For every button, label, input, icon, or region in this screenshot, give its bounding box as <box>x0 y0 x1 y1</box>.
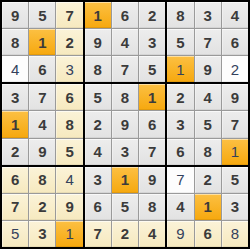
cell-r1c1[interactable]: 9 <box>2 2 28 28</box>
cell-r5c7[interactable]: 3 <box>167 111 193 137</box>
cell-r4c9[interactable]: 9 <box>222 84 248 110</box>
cell-r1c6[interactable]: 2 <box>139 2 165 28</box>
cell-r9c7[interactable]: 9 <box>167 221 193 247</box>
cell-r7c1[interactable]: 6 <box>2 167 28 193</box>
cell-r2c8[interactable]: 7 <box>195 29 221 55</box>
cell-r6c8[interactable]: 8 <box>195 139 221 165</box>
cell-r6c4[interactable]: 4 <box>85 139 111 165</box>
cell-r2c4[interactable]: 9 <box>85 29 111 55</box>
cell-r7c9[interactable]: 5 <box>222 167 248 193</box>
cell-r4c6[interactable]: 1 <box>139 84 165 110</box>
cell-r1c7[interactable]: 8 <box>167 2 193 28</box>
cell-r8c8[interactable]: 1 <box>195 194 221 220</box>
cell-r3c4[interactable]: 8 <box>85 56 111 82</box>
cell-r4c4[interactable]: 5 <box>85 84 111 110</box>
cell-r9c8[interactable]: 6 <box>195 221 221 247</box>
cell-r6c1[interactable]: 2 <box>2 139 28 165</box>
cell-r9c5[interactable]: 2 <box>112 221 138 247</box>
cell-r8c7[interactable]: 4 <box>167 194 193 220</box>
cell-r8c4[interactable]: 6 <box>85 194 111 220</box>
cell-r8c1[interactable]: 7 <box>2 194 28 220</box>
cell-r6c2[interactable]: 9 <box>29 139 55 165</box>
cell-r2c9[interactable]: 6 <box>222 29 248 55</box>
cell-r4c3[interactable]: 6 <box>56 84 82 110</box>
cell-r9c9[interactable]: 8 <box>222 221 248 247</box>
cell-r9c3[interactable]: 1 <box>56 221 82 247</box>
cell-r2c3[interactable]: 2 <box>56 29 82 55</box>
cell-r7c3[interactable]: 4 <box>56 167 82 193</box>
cell-r2c1[interactable]: 8 <box>2 29 28 55</box>
box-8: 319658724 <box>85 167 166 247</box>
cell-r1c4[interactable]: 1 <box>85 2 111 28</box>
cell-r2c6[interactable]: 3 <box>139 29 165 55</box>
sudoku-board: 9578124631629438758345761923761482955812… <box>0 0 250 249</box>
cell-r3c7[interactable]: 1 <box>167 56 193 82</box>
cell-r3c3[interactable]: 3 <box>56 56 82 82</box>
cell-r2c7[interactable]: 5 <box>167 29 193 55</box>
box-9: 725413968 <box>167 167 248 247</box>
box-5: 581296437 <box>85 84 166 164</box>
cell-r6c9[interactable]: 1 <box>222 139 248 165</box>
cell-r4c2[interactable]: 7 <box>29 84 55 110</box>
cell-r1c3[interactable]: 7 <box>56 2 82 28</box>
cell-r5c3[interactable]: 8 <box>56 111 82 137</box>
cell-r8c9[interactable]: 3 <box>222 194 248 220</box>
cell-r7c6[interactable]: 9 <box>139 167 165 193</box>
cell-r7c4[interactable]: 3 <box>85 167 111 193</box>
cell-r5c1[interactable]: 1 <box>2 111 28 137</box>
cell-r8c6[interactable]: 8 <box>139 194 165 220</box>
cell-r2c2[interactable]: 1 <box>29 29 55 55</box>
cell-r6c6[interactable]: 7 <box>139 139 165 165</box>
cell-r3c6[interactable]: 5 <box>139 56 165 82</box>
cell-r8c3[interactable]: 9 <box>56 194 82 220</box>
cell-r7c2[interactable]: 8 <box>29 167 55 193</box>
cell-r1c5[interactable]: 6 <box>112 2 138 28</box>
cell-r3c5[interactable]: 7 <box>112 56 138 82</box>
cell-r7c7[interactable]: 7 <box>167 167 193 193</box>
cell-r5c2[interactable]: 4 <box>29 111 55 137</box>
cell-r7c5[interactable]: 1 <box>112 167 138 193</box>
box-4: 376148295 <box>2 84 83 164</box>
cell-r6c3[interactable]: 5 <box>56 139 82 165</box>
cell-r5c8[interactable]: 5 <box>195 111 221 137</box>
cell-r1c9[interactable]: 4 <box>222 2 248 28</box>
cell-r4c8[interactable]: 4 <box>195 84 221 110</box>
cell-r8c2[interactable]: 2 <box>29 194 55 220</box>
cell-r3c2[interactable]: 6 <box>29 56 55 82</box>
box-3: 834576192 <box>167 2 248 82</box>
cell-r4c5[interactable]: 8 <box>112 84 138 110</box>
box-7: 684729531 <box>2 167 83 247</box>
cell-r8c5[interactable]: 5 <box>112 194 138 220</box>
cell-r4c1[interactable]: 3 <box>2 84 28 110</box>
cell-r3c1[interactable]: 4 <box>2 56 28 82</box>
cell-r7c8[interactable]: 2 <box>195 167 221 193</box>
cell-r9c4[interactable]: 7 <box>85 221 111 247</box>
cell-r2c5[interactable]: 4 <box>112 29 138 55</box>
box-2: 162943875 <box>85 2 166 82</box>
cell-r4c7[interactable]: 2 <box>167 84 193 110</box>
cell-r9c6[interactable]: 4 <box>139 221 165 247</box>
cell-r5c4[interactable]: 2 <box>85 111 111 137</box>
cell-r5c5[interactable]: 9 <box>112 111 138 137</box>
cell-r9c1[interactable]: 5 <box>2 221 28 247</box>
cell-r9c2[interactable]: 3 <box>29 221 55 247</box>
cell-r5c6[interactable]: 6 <box>139 111 165 137</box>
cell-r5c9[interactable]: 7 <box>222 111 248 137</box>
cell-r1c8[interactable]: 3 <box>195 2 221 28</box>
cell-r3c8[interactable]: 9 <box>195 56 221 82</box>
cell-r6c7[interactable]: 6 <box>167 139 193 165</box>
box-6: 249357681 <box>167 84 248 164</box>
cell-r1c2[interactable]: 5 <box>29 2 55 28</box>
cell-r6c5[interactable]: 3 <box>112 139 138 165</box>
box-1: 957812463 <box>2 2 83 82</box>
cell-r3c9[interactable]: 2 <box>222 56 248 82</box>
